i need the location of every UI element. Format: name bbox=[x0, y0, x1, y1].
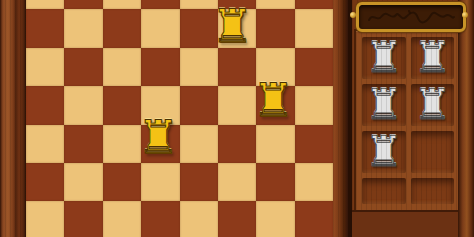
board-square[interactable] bbox=[256, 125, 294, 163]
board-right-frame bbox=[333, 0, 348, 237]
board-square[interactable] bbox=[26, 201, 64, 237]
board-square[interactable] bbox=[256, 201, 294, 237]
board-square[interactable] bbox=[103, 201, 141, 237]
silver-rook[interactable]: ♜ bbox=[413, 84, 451, 126]
game-screen: ♜♜♜♜♜ ♜♜♜ bbox=[0, 0, 474, 237]
reserve-rook-rack: ♜♜♜♜♜ bbox=[356, 31, 460, 210]
board-square[interactable] bbox=[64, 201, 102, 237]
rack-cell[interactable]: ♜ bbox=[411, 37, 455, 79]
board-square[interactable] bbox=[64, 48, 102, 86]
rack-cell[interactable]: ♜ bbox=[362, 131, 406, 173]
board-square[interactable] bbox=[141, 201, 179, 237]
board-square[interactable] bbox=[141, 48, 179, 86]
rack-cell[interactable] bbox=[411, 131, 455, 173]
board-square[interactable] bbox=[64, 125, 102, 163]
rack-cell[interactable]: ♜ bbox=[411, 84, 455, 126]
board-square[interactable] bbox=[26, 9, 64, 47]
board-square[interactable] bbox=[64, 86, 102, 124]
board-square[interactable] bbox=[26, 163, 64, 201]
rack-cell[interactable]: ♜ bbox=[362, 37, 406, 79]
board-square[interactable] bbox=[218, 201, 256, 237]
rack-cell[interactable] bbox=[411, 178, 455, 204]
board-square[interactable] bbox=[295, 9, 333, 47]
gold-rook[interactable]: ♜ bbox=[137, 114, 178, 160]
board-square[interactable] bbox=[103, 0, 141, 9]
board-square[interactable] bbox=[141, 0, 179, 9]
board-square[interactable] bbox=[26, 86, 64, 124]
board-square[interactable] bbox=[295, 48, 333, 86]
silver-rook[interactable]: ♜ bbox=[365, 131, 403, 173]
gold-rook[interactable]: ♜ bbox=[211, 3, 252, 49]
plaque-rivet-right bbox=[462, 12, 468, 18]
board-square[interactable] bbox=[295, 0, 333, 9]
board-square[interactable] bbox=[218, 48, 256, 86]
silver-rook[interactable]: ♜ bbox=[365, 37, 403, 79]
board-square[interactable] bbox=[256, 9, 294, 47]
board-square[interactable] bbox=[64, 9, 102, 47]
board-square[interactable] bbox=[256, 0, 294, 9]
board-square[interactable] bbox=[26, 0, 64, 9]
signature-plaque bbox=[356, 2, 466, 32]
board-square[interactable] bbox=[103, 163, 141, 201]
board-square[interactable] bbox=[103, 86, 141, 124]
board-square[interactable] bbox=[180, 125, 218, 163]
board-square[interactable] bbox=[103, 48, 141, 86]
plaque-rivet-left bbox=[350, 12, 356, 18]
board-square[interactable] bbox=[295, 125, 333, 163]
board-square[interactable] bbox=[26, 125, 64, 163]
silver-rook[interactable]: ♜ bbox=[365, 84, 403, 126]
board-square[interactable] bbox=[295, 86, 333, 124]
gold-rook[interactable]: ♜ bbox=[252, 77, 293, 123]
board-square[interactable] bbox=[180, 86, 218, 124]
silver-rook[interactable]: ♜ bbox=[413, 37, 451, 79]
board-square[interactable] bbox=[180, 201, 218, 237]
board-square[interactable] bbox=[103, 9, 141, 47]
board-square[interactable] bbox=[295, 163, 333, 201]
board-square[interactable] bbox=[256, 163, 294, 201]
signature-scribble bbox=[365, 8, 457, 26]
board-square[interactable] bbox=[64, 0, 102, 9]
cabinet-base bbox=[352, 210, 474, 237]
board-square[interactable] bbox=[218, 86, 256, 124]
board-square[interactable] bbox=[141, 9, 179, 47]
board-square[interactable] bbox=[26, 48, 64, 86]
board-square[interactable] bbox=[180, 48, 218, 86]
board-square[interactable] bbox=[295, 201, 333, 237]
board-left-frame bbox=[0, 0, 26, 237]
board-square[interactable] bbox=[218, 125, 256, 163]
board-square[interactable] bbox=[141, 163, 179, 201]
rack-cell[interactable] bbox=[362, 178, 406, 204]
board-square[interactable] bbox=[180, 163, 218, 201]
board-square[interactable] bbox=[64, 163, 102, 201]
board-square[interactable] bbox=[218, 163, 256, 201]
rack-cell[interactable]: ♜ bbox=[362, 84, 406, 126]
cabinet-right-plank bbox=[458, 0, 474, 237]
board-square[interactable] bbox=[103, 125, 141, 163]
